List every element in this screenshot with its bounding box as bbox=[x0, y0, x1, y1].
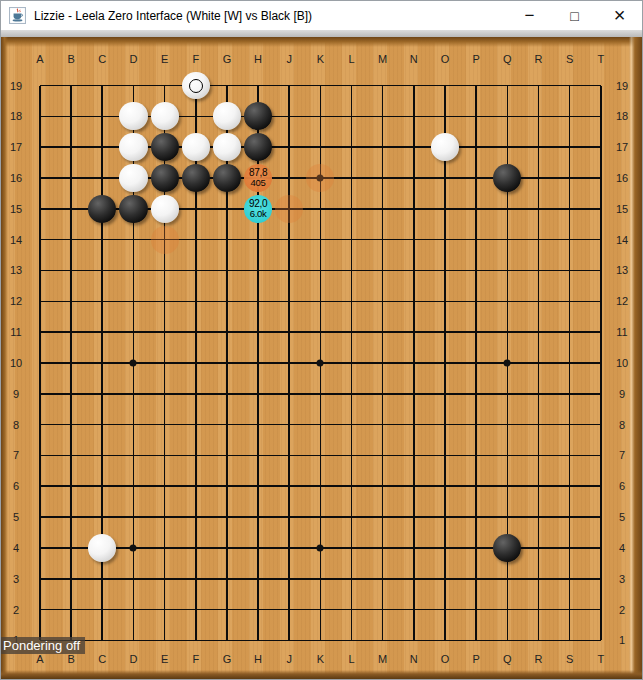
board-intersection[interactable] bbox=[336, 409, 367, 440]
board-intersection[interactable] bbox=[554, 317, 585, 348]
board-intersection[interactable] bbox=[242, 70, 273, 101]
board-intersection[interactable] bbox=[56, 317, 87, 348]
board-intersection[interactable] bbox=[336, 471, 367, 502]
board-intersection[interactable] bbox=[274, 317, 305, 348]
board-intersection[interactable] bbox=[336, 224, 367, 255]
board-intersection[interactable] bbox=[149, 163, 180, 194]
board-intersection[interactable] bbox=[211, 502, 242, 533]
board-intersection[interactable] bbox=[336, 286, 367, 317]
board-intersection[interactable] bbox=[461, 348, 492, 379]
board-intersection[interactable] bbox=[492, 440, 523, 471]
board-intersection[interactable] bbox=[336, 594, 367, 625]
board-intersection[interactable] bbox=[242, 317, 273, 348]
board-intersection[interactable] bbox=[56, 255, 87, 286]
board-intersection[interactable] bbox=[24, 101, 55, 132]
board-intersection[interactable] bbox=[274, 132, 305, 163]
board-intersection[interactable] bbox=[554, 409, 585, 440]
board-intersection[interactable] bbox=[211, 348, 242, 379]
board-intersection[interactable] bbox=[492, 625, 523, 656]
board-intersection[interactable] bbox=[492, 594, 523, 625]
board-intersection[interactable] bbox=[87, 563, 118, 594]
board-intersection[interactable] bbox=[461, 502, 492, 533]
board-intersection[interactable] bbox=[274, 348, 305, 379]
board-intersection[interactable] bbox=[398, 70, 429, 101]
board-intersection[interactable] bbox=[149, 317, 180, 348]
board-intersection[interactable] bbox=[461, 594, 492, 625]
board-intersection[interactable] bbox=[398, 101, 429, 132]
board-intersection[interactable] bbox=[180, 255, 211, 286]
board-intersection[interactable] bbox=[523, 533, 554, 564]
board-intersection[interactable] bbox=[274, 378, 305, 409]
board-intersection[interactable] bbox=[274, 594, 305, 625]
board-intersection[interactable] bbox=[492, 563, 523, 594]
board-intersection[interactable] bbox=[398, 193, 429, 224]
board-intersection[interactable] bbox=[274, 286, 305, 317]
board-intersection[interactable] bbox=[274, 224, 305, 255]
board-intersection[interactable] bbox=[554, 378, 585, 409]
board-intersection[interactable] bbox=[118, 286, 149, 317]
board-intersection[interactable] bbox=[305, 163, 336, 194]
board-intersection[interactable] bbox=[398, 378, 429, 409]
board-intersection[interactable] bbox=[585, 378, 616, 409]
board-intersection[interactable] bbox=[118, 163, 149, 194]
board-intersection[interactable] bbox=[24, 193, 55, 224]
board-intersection[interactable] bbox=[242, 101, 273, 132]
board-intersection[interactable] bbox=[87, 101, 118, 132]
board-intersection[interactable] bbox=[367, 440, 398, 471]
board-intersection[interactable] bbox=[180, 594, 211, 625]
board-intersection[interactable] bbox=[118, 255, 149, 286]
board-intersection[interactable] bbox=[24, 409, 55, 440]
board-intersection[interactable] bbox=[24, 348, 55, 379]
board-intersection[interactable] bbox=[56, 101, 87, 132]
board-intersection[interactable] bbox=[585, 286, 616, 317]
board-intersection[interactable] bbox=[242, 348, 273, 379]
board-intersection[interactable] bbox=[398, 348, 429, 379]
board-intersection[interactable] bbox=[56, 563, 87, 594]
board-intersection[interactable] bbox=[367, 563, 398, 594]
board-intersection[interactable] bbox=[211, 224, 242, 255]
board-intersection[interactable] bbox=[305, 502, 336, 533]
board-intersection[interactable] bbox=[398, 563, 429, 594]
board-intersection[interactable] bbox=[305, 70, 336, 101]
board-intersection[interactable] bbox=[149, 471, 180, 502]
board-intersection[interactable] bbox=[56, 409, 87, 440]
board-intersection[interactable] bbox=[87, 471, 118, 502]
board-intersection[interactable] bbox=[429, 132, 460, 163]
board-intersection[interactable] bbox=[336, 70, 367, 101]
board-intersection[interactable] bbox=[274, 533, 305, 564]
board-intersection[interactable] bbox=[461, 378, 492, 409]
board-intersection[interactable] bbox=[367, 193, 398, 224]
board-intersection[interactable] bbox=[211, 625, 242, 656]
board-intersection[interactable] bbox=[180, 533, 211, 564]
board-intersection[interactable] bbox=[336, 193, 367, 224]
board-intersection[interactable] bbox=[180, 378, 211, 409]
board-intersection[interactable] bbox=[24, 533, 55, 564]
board-intersection[interactable] bbox=[429, 625, 460, 656]
board-intersection[interactable] bbox=[149, 286, 180, 317]
board-intersection[interactable] bbox=[492, 533, 523, 564]
board-intersection[interactable] bbox=[429, 563, 460, 594]
board-intersection[interactable] bbox=[398, 255, 429, 286]
board-intersection[interactable] bbox=[118, 502, 149, 533]
board-intersection[interactable] bbox=[242, 625, 273, 656]
board-intersection[interactable] bbox=[554, 502, 585, 533]
board-intersection[interactable] bbox=[87, 594, 118, 625]
board-intersection[interactable] bbox=[242, 409, 273, 440]
board-intersection[interactable] bbox=[87, 348, 118, 379]
board-intersection[interactable] bbox=[398, 317, 429, 348]
board-intersection[interactable] bbox=[492, 378, 523, 409]
board-intersection[interactable] bbox=[461, 224, 492, 255]
board-intersection[interactable] bbox=[585, 163, 616, 194]
board-intersection[interactable] bbox=[305, 101, 336, 132]
board-intersection[interactable] bbox=[149, 348, 180, 379]
board-intersection[interactable] bbox=[523, 255, 554, 286]
board-intersection[interactable] bbox=[398, 409, 429, 440]
board-intersection[interactable] bbox=[554, 348, 585, 379]
board-intersection[interactable] bbox=[149, 224, 180, 255]
board-intersection[interactable] bbox=[554, 533, 585, 564]
board-intersection[interactable] bbox=[118, 471, 149, 502]
board-intersection[interactable] bbox=[305, 471, 336, 502]
board-intersection[interactable] bbox=[523, 163, 554, 194]
board-intersection[interactable] bbox=[56, 132, 87, 163]
board-intersection[interactable] bbox=[492, 471, 523, 502]
board-intersection[interactable] bbox=[149, 409, 180, 440]
move-suggestion[interactable] bbox=[275, 195, 303, 223]
board-intersection[interactable] bbox=[554, 163, 585, 194]
board-intersection[interactable] bbox=[585, 471, 616, 502]
board-intersection[interactable] bbox=[336, 378, 367, 409]
board-intersection[interactable] bbox=[461, 440, 492, 471]
board-intersection[interactable] bbox=[149, 563, 180, 594]
board-intersection[interactable] bbox=[274, 471, 305, 502]
board-intersection[interactable] bbox=[523, 563, 554, 594]
board-intersection[interactable] bbox=[118, 317, 149, 348]
board-intersection[interactable] bbox=[585, 193, 616, 224]
board-intersection[interactable] bbox=[180, 286, 211, 317]
board-intersection[interactable] bbox=[461, 101, 492, 132]
board-intersection[interactable] bbox=[274, 193, 305, 224]
board-intersection[interactable] bbox=[242, 255, 273, 286]
board-intersection[interactable] bbox=[87, 317, 118, 348]
board-intersection[interactable] bbox=[118, 193, 149, 224]
board-intersection[interactable] bbox=[242, 471, 273, 502]
board-intersection[interactable] bbox=[461, 193, 492, 224]
board-intersection[interactable] bbox=[585, 348, 616, 379]
board-intersection[interactable] bbox=[367, 594, 398, 625]
board-intersection[interactable] bbox=[24, 378, 55, 409]
board-intersection[interactable] bbox=[461, 563, 492, 594]
board-intersection[interactable] bbox=[305, 409, 336, 440]
move-suggestion[interactable]: 92,06.0k bbox=[244, 195, 272, 223]
board-intersection[interactable] bbox=[24, 502, 55, 533]
board-intersection[interactable] bbox=[429, 163, 460, 194]
board-intersection[interactable] bbox=[274, 409, 305, 440]
board-intersection[interactable] bbox=[149, 70, 180, 101]
board-intersection[interactable] bbox=[523, 378, 554, 409]
board-intersection[interactable] bbox=[336, 255, 367, 286]
board-intersection[interactable] bbox=[211, 255, 242, 286]
board-intersection[interactable] bbox=[336, 502, 367, 533]
board-intersection[interactable] bbox=[461, 409, 492, 440]
board-intersection[interactable] bbox=[87, 255, 118, 286]
board-intersection[interactable] bbox=[24, 317, 55, 348]
board-intersection[interactable] bbox=[461, 132, 492, 163]
board-intersection[interactable] bbox=[523, 193, 554, 224]
board-intersection[interactable] bbox=[492, 317, 523, 348]
board-intersection[interactable] bbox=[149, 378, 180, 409]
board-intersection[interactable] bbox=[429, 348, 460, 379]
board-intersection[interactable] bbox=[523, 286, 554, 317]
board-intersection[interactable] bbox=[523, 224, 554, 255]
board-intersection[interactable] bbox=[211, 440, 242, 471]
board-intersection[interactable] bbox=[398, 163, 429, 194]
board-intersection[interactable] bbox=[305, 255, 336, 286]
board-intersection[interactable] bbox=[523, 70, 554, 101]
board-intersection[interactable] bbox=[429, 101, 460, 132]
board-intersection[interactable] bbox=[118, 132, 149, 163]
board-intersection[interactable] bbox=[305, 224, 336, 255]
board-intersection[interactable] bbox=[87, 378, 118, 409]
board-intersection[interactable] bbox=[492, 163, 523, 194]
board-intersection[interactable] bbox=[585, 502, 616, 533]
board-intersection[interactable] bbox=[367, 471, 398, 502]
board-intersection[interactable] bbox=[429, 286, 460, 317]
board-intersection[interactable] bbox=[492, 502, 523, 533]
board-intersection[interactable] bbox=[523, 101, 554, 132]
board-intersection[interactable] bbox=[336, 101, 367, 132]
board-intersection[interactable] bbox=[24, 70, 55, 101]
board-intersection[interactable] bbox=[336, 348, 367, 379]
board-intersection[interactable] bbox=[211, 317, 242, 348]
board-intersection[interactable] bbox=[211, 533, 242, 564]
board-intersection[interactable] bbox=[242, 533, 273, 564]
board-intersection[interactable] bbox=[180, 625, 211, 656]
board-intersection[interactable] bbox=[211, 286, 242, 317]
board-intersection[interactable] bbox=[523, 502, 554, 533]
board-intersection[interactable] bbox=[305, 625, 336, 656]
board-intersection[interactable] bbox=[367, 70, 398, 101]
board-intersection[interactable] bbox=[585, 255, 616, 286]
board-intersection[interactable] bbox=[554, 471, 585, 502]
board-intersection[interactable] bbox=[585, 533, 616, 564]
board-intersection[interactable] bbox=[429, 317, 460, 348]
board-intersection[interactable] bbox=[56, 348, 87, 379]
board-intersection[interactable] bbox=[367, 502, 398, 533]
board-intersection[interactable] bbox=[461, 286, 492, 317]
board-intersection[interactable] bbox=[149, 101, 180, 132]
board-intersection[interactable] bbox=[118, 224, 149, 255]
board-intersection[interactable] bbox=[523, 625, 554, 656]
board-intersection[interactable] bbox=[180, 563, 211, 594]
board-intersection[interactable] bbox=[180, 471, 211, 502]
board-intersection[interactable] bbox=[87, 224, 118, 255]
board-intersection[interactable] bbox=[305, 563, 336, 594]
board-intersection[interactable] bbox=[305, 286, 336, 317]
board-intersection[interactable] bbox=[461, 317, 492, 348]
board-intersection[interactable] bbox=[492, 193, 523, 224]
board-intersection[interactable] bbox=[429, 471, 460, 502]
board-intersection[interactable] bbox=[492, 286, 523, 317]
board-intersection[interactable] bbox=[149, 193, 180, 224]
board-intersection[interactable] bbox=[461, 163, 492, 194]
board-intersection[interactable] bbox=[211, 70, 242, 101]
board-intersection[interactable] bbox=[211, 471, 242, 502]
board-intersection[interactable] bbox=[336, 533, 367, 564]
board-intersection[interactable] bbox=[87, 440, 118, 471]
board-intersection[interactable] bbox=[492, 255, 523, 286]
board-intersection[interactable] bbox=[56, 286, 87, 317]
board-intersection[interactable] bbox=[242, 502, 273, 533]
board-intersection[interactable]: 92,06.0k bbox=[242, 193, 273, 224]
board-intersection[interactable] bbox=[429, 440, 460, 471]
board-intersection[interactable] bbox=[367, 255, 398, 286]
board-intersection[interactable] bbox=[523, 348, 554, 379]
board-intersection[interactable] bbox=[180, 409, 211, 440]
board-intersection[interactable] bbox=[429, 224, 460, 255]
board-intersection[interactable] bbox=[367, 625, 398, 656]
board-intersection[interactable]: 87,8405 bbox=[242, 163, 273, 194]
board-intersection[interactable] bbox=[180, 440, 211, 471]
board-intersection[interactable] bbox=[274, 163, 305, 194]
board-intersection[interactable] bbox=[367, 378, 398, 409]
board-intersection[interactable] bbox=[242, 378, 273, 409]
board-intersection[interactable] bbox=[274, 563, 305, 594]
board-intersection[interactable] bbox=[585, 409, 616, 440]
board-intersection[interactable] bbox=[118, 594, 149, 625]
board-intersection[interactable] bbox=[554, 286, 585, 317]
board-intersection[interactable] bbox=[585, 563, 616, 594]
move-suggestion[interactable] bbox=[306, 164, 334, 192]
board-intersection[interactable] bbox=[554, 563, 585, 594]
board-intersection[interactable] bbox=[398, 286, 429, 317]
board-intersection[interactable] bbox=[429, 255, 460, 286]
board-intersection[interactable] bbox=[585, 132, 616, 163]
board-intersection[interactable] bbox=[523, 594, 554, 625]
board-intersection[interactable] bbox=[336, 440, 367, 471]
board-intersection[interactable] bbox=[554, 224, 585, 255]
board-intersection[interactable] bbox=[118, 440, 149, 471]
board-intersection[interactable] bbox=[24, 224, 55, 255]
board-intersection[interactable] bbox=[305, 317, 336, 348]
board-intersection[interactable] bbox=[367, 163, 398, 194]
board-intersection[interactable] bbox=[118, 101, 149, 132]
board-intersection[interactable] bbox=[56, 224, 87, 255]
board-intersection[interactable] bbox=[149, 533, 180, 564]
board-intersection[interactable] bbox=[118, 70, 149, 101]
board-intersection[interactable] bbox=[56, 440, 87, 471]
board-intersection[interactable] bbox=[305, 193, 336, 224]
board-intersection[interactable] bbox=[211, 163, 242, 194]
board-intersection[interactable] bbox=[554, 255, 585, 286]
board-intersection[interactable] bbox=[398, 533, 429, 564]
board-intersection[interactable] bbox=[523, 317, 554, 348]
board-intersection[interactable] bbox=[554, 594, 585, 625]
board-intersection[interactable] bbox=[149, 440, 180, 471]
board-intersection[interactable] bbox=[554, 625, 585, 656]
board-intersection[interactable] bbox=[211, 193, 242, 224]
board-intersection[interactable] bbox=[585, 224, 616, 255]
board-intersection[interactable] bbox=[274, 70, 305, 101]
board-intersection[interactable] bbox=[398, 594, 429, 625]
board-intersection[interactable] bbox=[274, 625, 305, 656]
board-intersection[interactable] bbox=[211, 101, 242, 132]
board-intersection[interactable] bbox=[118, 563, 149, 594]
board-intersection[interactable] bbox=[336, 563, 367, 594]
board-intersection[interactable] bbox=[211, 378, 242, 409]
board-intersection[interactable] bbox=[305, 378, 336, 409]
board-intersection[interactable] bbox=[180, 70, 211, 101]
board-intersection[interactable] bbox=[336, 625, 367, 656]
board-intersection[interactable] bbox=[180, 317, 211, 348]
board-intersection[interactable] bbox=[24, 286, 55, 317]
board-intersection[interactable] bbox=[554, 132, 585, 163]
board-intersection[interactable] bbox=[429, 409, 460, 440]
board-intersection[interactable] bbox=[24, 163, 55, 194]
board-intersection[interactable] bbox=[149, 502, 180, 533]
board-intersection[interactable] bbox=[336, 132, 367, 163]
close-button[interactable]: × bbox=[597, 1, 642, 30]
board-intersection[interactable] bbox=[367, 317, 398, 348]
board-intersection[interactable] bbox=[336, 163, 367, 194]
board-intersection[interactable] bbox=[585, 625, 616, 656]
board-intersection[interactable] bbox=[242, 563, 273, 594]
board-intersection[interactable] bbox=[56, 594, 87, 625]
board-intersection[interactable] bbox=[149, 255, 180, 286]
board-intersection[interactable] bbox=[87, 163, 118, 194]
board-intersection[interactable] bbox=[87, 70, 118, 101]
board-intersection[interactable] bbox=[585, 101, 616, 132]
board-intersection[interactable] bbox=[87, 286, 118, 317]
board-intersection[interactable] bbox=[429, 533, 460, 564]
board-intersection[interactable] bbox=[118, 409, 149, 440]
board-intersection[interactable] bbox=[24, 132, 55, 163]
board-intersection[interactable] bbox=[87, 533, 118, 564]
board-intersection[interactable] bbox=[180, 224, 211, 255]
board-intersection[interactable] bbox=[554, 101, 585, 132]
board-intersection[interactable] bbox=[554, 70, 585, 101]
board-intersection[interactable] bbox=[24, 471, 55, 502]
board-intersection[interactable] bbox=[242, 440, 273, 471]
board-intersection[interactable] bbox=[429, 193, 460, 224]
board-intersection[interactable] bbox=[554, 193, 585, 224]
board-intersection[interactable] bbox=[492, 132, 523, 163]
board-intersection[interactable] bbox=[492, 70, 523, 101]
board-intersection[interactable] bbox=[87, 193, 118, 224]
board-intersection[interactable] bbox=[585, 440, 616, 471]
board-intersection[interactable] bbox=[180, 502, 211, 533]
board-intersection[interactable] bbox=[211, 409, 242, 440]
board-intersection[interactable] bbox=[585, 70, 616, 101]
board-intersection[interactable] bbox=[398, 471, 429, 502]
board-intersection[interactable] bbox=[211, 132, 242, 163]
board-intersection[interactable] bbox=[180, 132, 211, 163]
board-intersection[interactable] bbox=[56, 163, 87, 194]
board-intersection[interactable] bbox=[492, 348, 523, 379]
board-intersection[interactable] bbox=[149, 625, 180, 656]
board-intersection[interactable] bbox=[87, 502, 118, 533]
board-intersection[interactable] bbox=[274, 101, 305, 132]
board-intersection[interactable] bbox=[367, 409, 398, 440]
board-intersection[interactable] bbox=[305, 348, 336, 379]
board-intersection[interactable] bbox=[87, 625, 118, 656]
board-intersection[interactable] bbox=[242, 286, 273, 317]
board-intersection[interactable] bbox=[180, 163, 211, 194]
board-intersection[interactable] bbox=[274, 440, 305, 471]
